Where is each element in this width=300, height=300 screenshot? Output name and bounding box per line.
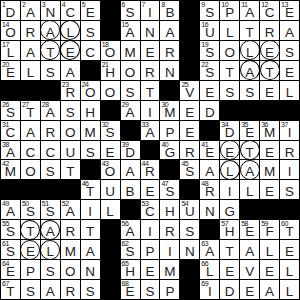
cell-letter: T [146, 84, 154, 99]
grid-cell[interactable]: R [160, 41, 179, 60]
cell-letter: R [145, 164, 155, 179]
grid-cell[interactable]: M [81, 121, 100, 140]
grid-cell[interactable]: 19S [200, 41, 219, 60]
cell-letter: U [205, 24, 215, 39]
cell-letter: B [126, 184, 135, 199]
grid-cell[interactable]: E [280, 61, 299, 80]
grid-cell[interactable]: 49A [1, 200, 20, 219]
cell-letter: S [86, 144, 95, 159]
grid-cell[interactable]: A [240, 61, 259, 80]
cell-letter: R [65, 84, 75, 99]
cell-letter: S [26, 284, 35, 299]
grid-cell[interactable]: E [180, 121, 199, 140]
grid-cell[interactable]: E [141, 180, 160, 199]
grid-cell[interactable]: 20E [1, 61, 20, 80]
cell-letter: I [288, 164, 292, 179]
grid-cell[interactable]: 41E [200, 141, 219, 160]
grid-cell[interactable]: 16U [200, 21, 219, 40]
cell-letter: A [245, 4, 254, 19]
grid-cell[interactable]: 42M [1, 160, 20, 179]
grid-cell[interactable]: 8B [160, 1, 179, 20]
grid-cell[interactable]: B [121, 180, 140, 199]
grid-cell[interactable]: N [200, 200, 219, 219]
cell-letter: O [224, 44, 235, 59]
cell-letter: E [245, 124, 254, 139]
grid-cell[interactable]: R [280, 141, 299, 160]
grid-cell[interactable]: 23R [61, 81, 80, 100]
cell-letter: C [45, 144, 55, 159]
grid-cell[interactable]: 35E [240, 121, 259, 140]
cell-letter: A [66, 64, 75, 79]
black-cell [121, 200, 140, 219]
grid-cell[interactable]: 44R [141, 160, 160, 179]
black-cell [240, 200, 259, 219]
black-cell [180, 260, 199, 279]
cell-letter: E [265, 264, 274, 279]
grid-cell[interactable]: 57H [220, 220, 239, 239]
cell-letter: R [185, 144, 195, 159]
cell-letter: D [225, 124, 235, 139]
cell-letter: M [5, 164, 16, 179]
grid-cell[interactable]: E [61, 41, 80, 60]
grid-cell[interactable]: 53C [141, 200, 160, 219]
cell-letter: R [145, 64, 155, 79]
black-cell [260, 200, 279, 219]
grid-cell[interactable]: L [280, 260, 299, 279]
grid-cell[interactable]: O [220, 41, 239, 60]
grid-cell[interactable]: T [240, 21, 259, 40]
grid-cell[interactable]: 22S [200, 61, 219, 80]
grid-cell[interactable]: 15A [121, 21, 140, 40]
grid-cell[interactable]: 47S [160, 180, 179, 199]
grid-cell[interactable]: 14O [1, 21, 20, 40]
grid-cell[interactable]: H [160, 200, 179, 219]
cell-letter: A [26, 124, 35, 139]
cell-letter: R [165, 224, 175, 239]
grid-cell[interactable]: 55S [1, 220, 20, 239]
grid-cell[interactable]: 37I [280, 121, 299, 140]
grid-cell[interactable]: 24O [81, 81, 100, 100]
black-cell [180, 1, 199, 20]
cell-letter: A [126, 224, 135, 239]
grid-cell[interactable]: 36M [260, 121, 279, 140]
grid-cell[interactable]: E [200, 81, 219, 100]
grid-cell[interactable]: A [21, 121, 40, 140]
grid-cell[interactable]: E [240, 280, 259, 299]
grid-cell[interactable]: 54U [180, 200, 199, 219]
grid-cell[interactable]: 50S [21, 200, 40, 219]
grid-cell[interactable]: M [260, 160, 279, 179]
grid-cell[interactable]: V [240, 260, 259, 279]
grid-cell[interactable]: 25V [180, 81, 199, 100]
grid-cell[interactable]: G [220, 200, 239, 219]
grid-cell[interactable]: S [220, 81, 239, 100]
cell-letter: I [148, 104, 152, 119]
grid-cell[interactable]: S [81, 21, 100, 40]
grid-cell[interactable]: E [260, 180, 279, 199]
grid-cell[interactable]: C [81, 41, 100, 60]
cell-letter: E [205, 84, 214, 99]
cell-number: 9 [201, 1, 204, 9]
black-cell [121, 121, 140, 140]
cell-letter: E [285, 244, 294, 259]
grid-cell[interactable]: R [61, 220, 80, 239]
cell-letter: O [125, 64, 136, 79]
grid-cell[interactable]: T [260, 61, 279, 80]
cell-letter: S [46, 164, 55, 179]
cell-letter: M [264, 164, 275, 179]
cell-letter: A [245, 164, 254, 179]
grid-cell[interactable]: 51S [41, 200, 60, 219]
cell-letter: U [105, 184, 115, 199]
grid-cell[interactable]: 7I [141, 1, 160, 20]
grid-cell[interactable]: E [141, 41, 160, 60]
grid-cell[interactable]: L [220, 21, 239, 40]
grid-cell[interactable]: E [141, 260, 160, 279]
grid-cell[interactable]: S [41, 160, 60, 179]
black-cell [200, 220, 219, 239]
grid-cell[interactable]: A [41, 220, 60, 239]
grid-cell[interactable]: A [280, 21, 299, 40]
cell-number: 8 [161, 1, 164, 9]
cell-letter: G [165, 144, 176, 159]
grid-cell[interactable]: O [21, 160, 40, 179]
cell-letter: A [165, 24, 174, 39]
cell-letter: L [286, 84, 294, 99]
grid-cell[interactable]: 34D [220, 121, 239, 140]
grid-cell[interactable]: E [101, 141, 120, 160]
grid-cell[interactable]: 46T [81, 180, 100, 199]
grid-cell[interactable]: U [101, 180, 120, 199]
grid-cell[interactable]: A [240, 240, 259, 259]
grid-cell[interactable]: S [121, 81, 140, 100]
grid-cell[interactable]: L [101, 200, 120, 219]
cell-letter: L [226, 24, 234, 39]
grid-cell[interactable]: L [21, 61, 40, 80]
black-cell [180, 61, 199, 80]
cell-letter: S [66, 104, 75, 119]
grid-cell[interactable]: 45S [180, 160, 199, 179]
grid-cell[interactable]: 43O [101, 160, 120, 179]
grid-cell[interactable]: 66L [200, 260, 219, 279]
grid-cell[interactable]: 63A [200, 240, 219, 259]
cell-letter: H [85, 104, 95, 119]
grid-cell[interactable]: L [240, 180, 259, 199]
grid-cell[interactable]: R [160, 220, 179, 239]
grid-cell[interactable]: E [260, 141, 279, 160]
grid-cell[interactable]: 13E [280, 1, 299, 20]
cell-letter: F [265, 224, 273, 239]
grid-cell[interactable]: S [280, 180, 299, 199]
grid-cell[interactable]: E [260, 41, 279, 60]
grid-cell[interactable]: L [280, 280, 299, 299]
grid-cell[interactable]: 52A [61, 200, 80, 219]
grid-cell[interactable]: 61S [1, 240, 20, 259]
grid-cell[interactable]: 27T [21, 101, 40, 120]
grid-cell[interactable]: M [160, 260, 179, 279]
grid-cell[interactable]: 5E [81, 1, 100, 20]
cell-letter: C [26, 144, 36, 159]
grid-cell[interactable]: D [220, 280, 239, 299]
cell-letter: T [226, 244, 234, 259]
grid-cell[interactable]: 68E [121, 280, 140, 299]
cell-letter: L [206, 264, 214, 279]
cell-letter: R [65, 224, 75, 239]
cell-letter: O [105, 44, 116, 59]
cell-letter: A [126, 104, 135, 119]
cell-letter: A [205, 164, 214, 179]
cell-letter: S [126, 4, 135, 19]
cell-letter: L [286, 264, 294, 279]
grid-cell[interactable]: 56A [121, 220, 140, 239]
grid-cell[interactable]: E [180, 101, 199, 120]
crossword-grid: 1D2A3N4C5E6S7I8B9S10P11A12C13E14ORALS15A… [0, 0, 300, 300]
grid-cell[interactable]: L [280, 81, 299, 100]
cell-number: 5 [82, 1, 85, 9]
grid-cell[interactable]: A [21, 41, 40, 60]
cell-letter: A [245, 244, 254, 259]
grid-cell[interactable]: 10P [220, 1, 239, 20]
grid-cell[interactable]: 40G [160, 141, 179, 160]
grid-cell[interactable]: T [220, 240, 239, 259]
grid-cell[interactable]: T [81, 220, 100, 239]
cell-letter: N [45, 4, 55, 19]
grid-cell[interactable]: E [260, 81, 279, 100]
grid-cell[interactable]: 1D [1, 1, 20, 20]
grid-cell[interactable]: 11A [240, 1, 259, 20]
cell-letter: U [185, 204, 195, 219]
grid-cell[interactable]: S [41, 260, 60, 279]
cell-letter: C [65, 4, 75, 19]
grid-cell[interactable]: A [121, 160, 140, 179]
grid-cell[interactable]: 33A [141, 121, 160, 140]
grid-cell[interactable]: T [220, 61, 239, 80]
grid-cell[interactable]: R [41, 121, 60, 140]
cell-letter: P [165, 124, 174, 139]
grid-cell[interactable]: 69I [200, 280, 219, 299]
grid-cell[interactable]: L [41, 240, 60, 259]
grid-cell[interactable]: I [81, 200, 100, 219]
cell-letter: A [126, 164, 135, 179]
black-cell [280, 200, 299, 219]
grid-cell[interactable]: 38A [1, 141, 20, 160]
cell-letter: L [266, 244, 274, 259]
grid-cell[interactable]: E [280, 240, 299, 259]
cell-letter: E [26, 244, 35, 259]
grid-cell[interactable]: 26S [1, 101, 20, 120]
grid-cell[interactable]: N [160, 61, 179, 80]
grid-cell[interactable]: 28A [41, 101, 60, 120]
cell-letter: S [6, 244, 15, 259]
grid-cell[interactable]: E [21, 240, 40, 259]
grid-cell[interactable]: S [180, 220, 199, 239]
grid-cell[interactable]: O [101, 81, 120, 100]
grid-cell[interactable]: U [61, 141, 80, 160]
grid-cell[interactable]: S [21, 280, 40, 299]
grid-cell[interactable]: 21H [101, 61, 120, 80]
grid-cell[interactable]: L [240, 41, 259, 60]
cell-letter: T [46, 44, 54, 59]
cell-letter: O [65, 264, 76, 279]
cell-letter: H [125, 264, 135, 279]
cell-letter: S [6, 224, 15, 239]
grid-cell[interactable]: P [160, 121, 179, 140]
cell-letter: O [85, 84, 96, 99]
black-cell [21, 81, 40, 100]
black-cell [101, 220, 120, 239]
grid-cell[interactable]: S [141, 280, 160, 299]
grid-cell[interactable]: C [21, 141, 40, 160]
cell-letter: U [65, 144, 75, 159]
grid-cell[interactable]: S [61, 101, 80, 120]
grid-cell[interactable]: 62S [121, 240, 140, 259]
grid-cell[interactable]: 59F [260, 220, 279, 239]
grid-cell[interactable]: 9S [200, 1, 219, 20]
grid-cell[interactable]: N [180, 240, 199, 259]
grid-cell[interactable]: C [41, 141, 60, 160]
grid-cell[interactable]: M [61, 240, 80, 259]
grid-cell[interactable]: R [141, 61, 160, 80]
cell-letter: L [106, 204, 114, 219]
cell-letter: E [145, 264, 154, 279]
cell-letter: E [265, 44, 274, 59]
cell-letter: T [26, 104, 34, 119]
grid-cell[interactable]: A [41, 280, 60, 299]
cell-letter: A [46, 284, 55, 299]
grid-cell[interactable]: L [61, 21, 80, 40]
grid-cell[interactable]: I [220, 180, 239, 199]
cell-letter: S [145, 284, 154, 299]
cell-letter: N [205, 204, 215, 219]
grid-cell[interactable]: R [21, 21, 40, 40]
cell-letter: E [66, 44, 75, 59]
grid-cell[interactable]: I [141, 220, 160, 239]
black-cell [101, 101, 120, 120]
cell-letter: I [288, 124, 292, 139]
grid-cell[interactable]: S [240, 81, 259, 100]
grid-cell[interactable]: L [260, 240, 279, 259]
cell-letter: C [6, 124, 16, 139]
cell-letter: T [265, 64, 273, 79]
grid-cell[interactable]: 48R [200, 180, 219, 199]
grid-cell[interactable]: T [21, 220, 40, 239]
cell-number: 7 [142, 1, 145, 9]
grid-cell[interactable]: R [260, 21, 279, 40]
grid-cell[interactable]: O [61, 121, 80, 140]
grid-cell[interactable]: P [141, 240, 160, 259]
grid-cell[interactable]: L [220, 160, 239, 179]
grid-cell[interactable]: 4C [61, 1, 80, 20]
grid-cell[interactable]: A [160, 21, 179, 40]
cell-letter: R [165, 44, 175, 59]
grid-cell[interactable]: P [21, 260, 40, 279]
grid-cell[interactable]: D [200, 101, 219, 120]
grid-cell[interactable]: P [160, 280, 179, 299]
grid-cell[interactable]: S [81, 280, 100, 299]
grid-cell[interactable]: 30M [160, 101, 179, 120]
cell-letter: T [226, 64, 234, 79]
cell-letter: E [145, 44, 154, 59]
grid-cell[interactable]: 32S [101, 121, 120, 140]
grid-cell[interactable]: T [141, 81, 160, 100]
grid-cell[interactable]: H [81, 101, 100, 120]
grid-cell[interactable]: O [61, 260, 80, 279]
grid-cell[interactable]: N [141, 21, 160, 40]
grid-cell[interactable]: 12C [260, 1, 279, 20]
cell-letter: E [225, 264, 234, 279]
cell-letter: S [86, 284, 95, 299]
cell-letter: I [228, 184, 232, 199]
grid-cell[interactable]: 64E [1, 260, 20, 279]
cell-letter: T [86, 184, 94, 199]
grid-cell[interactable]: 39D [121, 141, 140, 160]
grid-cell[interactable]: 18O [101, 41, 120, 60]
grid-cell[interactable]: T [240, 141, 259, 160]
grid-cell[interactable]: A [61, 61, 80, 80]
black-cell [101, 21, 120, 40]
grid-cell[interactable]: A [240, 160, 259, 179]
grid-cell[interactable]: A [260, 280, 279, 299]
cell-letter: S [205, 64, 214, 79]
grid-cell[interactable]: 67T [1, 280, 20, 299]
cell-letter: A [285, 24, 294, 39]
black-cell [240, 101, 259, 120]
cell-letter: A [46, 104, 55, 119]
grid-cell[interactable]: E [260, 260, 279, 279]
grid-cell[interactable]: O [121, 61, 140, 80]
cell-letter: S [86, 24, 95, 39]
grid-cell[interactable]: S [280, 41, 299, 60]
black-cell [61, 180, 80, 199]
grid-cell[interactable]: 17L [1, 41, 20, 60]
cell-letter: O [65, 124, 76, 139]
grid-cell[interactable]: 58E [240, 220, 259, 239]
grid-cell[interactable]: S [81, 141, 100, 160]
grid-cell[interactable]: 60T [280, 220, 299, 239]
grid-cell[interactable]: 3N [41, 1, 60, 20]
grid-cell[interactable]: R [180, 141, 199, 160]
black-cell [101, 1, 120, 20]
grid-cell[interactable]: A [41, 21, 60, 40]
grid-cell[interactable]: 6S [121, 1, 140, 20]
cell-letter: R [205, 184, 215, 199]
cell-letter: D [225, 284, 235, 299]
cell-letter: E [265, 184, 274, 199]
cell-letter: T [246, 144, 254, 159]
grid-cell[interactable]: I [280, 160, 299, 179]
cell-letter: L [246, 44, 254, 59]
grid-cell[interactable]: M [121, 41, 140, 60]
grid-cell[interactable]: I [160, 240, 179, 259]
grid-cell[interactable]: 2A [21, 1, 40, 20]
cell-letter: S [225, 84, 234, 99]
grid-cell[interactable]: 65H [121, 260, 140, 279]
grid-cell[interactable]: R [61, 280, 80, 299]
cell-letter: S [205, 4, 214, 19]
cell-letter: E [6, 264, 15, 279]
grid-cell[interactable]: I [141, 101, 160, 120]
grid-cell[interactable]: N [81, 260, 100, 279]
grid-cell[interactable]: A [81, 240, 100, 259]
grid-cell[interactable]: T [41, 41, 60, 60]
grid-cell[interactable]: A [200, 160, 219, 179]
grid-cell[interactable]: 31C [1, 121, 20, 140]
grid-cell[interactable]: T [61, 160, 80, 179]
grid-cell[interactable]: 29A [121, 101, 140, 120]
grid-cell[interactable]: E [220, 141, 239, 160]
grid-cell[interactable]: E [220, 260, 239, 279]
grid-cell[interactable]: S [41, 61, 60, 80]
